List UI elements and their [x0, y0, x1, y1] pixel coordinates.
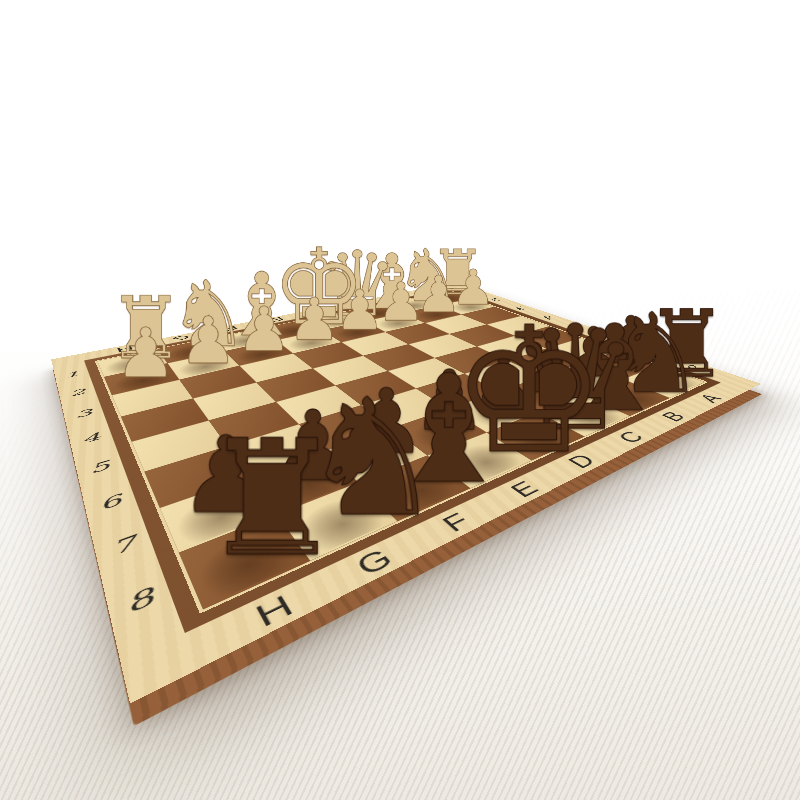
white-pawn-icon: ♟: [288, 295, 337, 344]
rank-label-left-1: 1: [54, 363, 92, 387]
board-scene: ♜♞♝♛♚♝♞♜♟♟♟♟♟♟♟♟♟♟♟♟♟♟♟♟♜♞♝♛♚♝♞♜ HH11GG2…: [132, 115, 644, 627]
product-photo: ♜♞♝♛♚♝♞♜♟♟♟♟♟♟♟♟♟♟♟♟♟♟♟♟♜♞♝♛♚♝♞♜ HH11GG2…: [0, 0, 800, 800]
white-pawn-icon: ♟: [335, 287, 381, 334]
white-pawn-icon: ♟: [115, 324, 172, 382]
white-pawn-icon: ♟: [237, 303, 288, 355]
black-rook-icon: ♜: [201, 432, 300, 568]
white-pawn-icon: ♟: [179, 313, 233, 368]
